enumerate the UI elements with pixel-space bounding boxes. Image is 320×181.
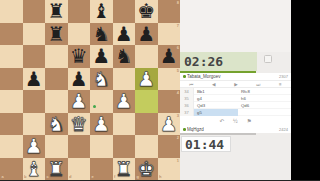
square-f5[interactable] <box>113 68 136 91</box>
rank-label: 7 <box>177 24 179 28</box>
square-c1[interactable]: ♜c <box>45 158 68 181</box>
square-c8[interactable]: ♜ <box>45 0 68 23</box>
square-a8[interactable] <box>0 0 23 23</box>
square-c3[interactable]: ♞ <box>45 113 68 136</box>
square-d5[interactable]: ♟ <box>68 68 91 91</box>
white-pawn[interactable]: ♟ <box>137 68 155 91</box>
black-queen[interactable]: ♛ <box>70 45 88 68</box>
go-next-icon[interactable]: ▶ <box>234 82 237 87</box>
file-label: c <box>47 175 49 179</box>
go-prev-icon[interactable]: ◀ <box>212 82 215 87</box>
file-label: d <box>69 175 71 179</box>
rank-label: 5 <box>177 69 179 73</box>
file-label: f <box>114 175 115 179</box>
square-e7[interactable]: ♞ <box>90 23 113 46</box>
black-pawn[interactable]: ♟ <box>160 45 178 68</box>
online-dot <box>183 128 186 131</box>
chess-board[interactable]: ♜♝♚8♜♞♟♟7♛♟♞♟6♟♟♞♟5♟♟4♞♛♟♟3♟2a♝b♜cde♜f♚g… <box>0 0 180 180</box>
square-a2[interactable] <box>0 135 23 158</box>
square-d6[interactable]: ♛ <box>68 45 91 68</box>
square-g7[interactable]: ♟ <box>135 23 158 46</box>
black-rook[interactable]: ♜ <box>47 0 65 23</box>
square-d2[interactable] <box>68 135 91 158</box>
square-f4[interactable]: ♟ <box>113 90 136 113</box>
square-e3[interactable]: ♟ <box>90 113 113 136</box>
square-a1[interactable]: a <box>0 158 23 181</box>
square-a7[interactable] <box>0 23 23 46</box>
move-row: 37g5 <box>180 109 291 116</box>
white-king[interactable]: ♚ <box>137 158 155 181</box>
game-card: Tabata_Morgoev 2307 ⏮◀▶⏭≡ 34Bb1Rfc835g4h… <box>180 73 291 133</box>
takeback-icon[interactable]: ↶ <box>219 118 224 124</box>
square-g6[interactable] <box>135 45 158 68</box>
black-pawn[interactable]: ♟ <box>70 68 88 91</box>
game-panel: 02:26 Tabata_Morgoev 2307 ⏮◀▶⏭≡ 34Bb1Rfc… <box>180 0 291 180</box>
square-f3[interactable] <box>113 113 136 136</box>
white-move[interactable]: Qd3 <box>194 102 238 109</box>
offer-draw-icon[interactable]: ½ <box>233 118 238 124</box>
move-number: 35 <box>180 95 194 102</box>
black-move[interactable] <box>238 109 291 116</box>
black-knight[interactable]: ♞ <box>115 45 133 68</box>
square-h5[interactable]: 5 <box>158 68 181 91</box>
top-player-rating: 2307 <box>279 74 288 79</box>
white-knight[interactable]: ♞ <box>47 113 65 136</box>
white-rook[interactable]: ♜ <box>115 158 133 181</box>
game-actions-bar: ↶½⚑ <box>180 116 291 126</box>
square-c2[interactable] <box>45 135 68 158</box>
white-pawn[interactable]: ♟ <box>115 90 133 113</box>
square-g4[interactable] <box>135 90 158 113</box>
panel-corner-icon[interactable] <box>264 55 272 63</box>
square-b1[interactable]: ♝b <box>23 158 46 181</box>
bottom-player-rating: 2424 <box>279 127 288 132</box>
black-rook[interactable]: ♜ <box>47 23 65 46</box>
black-pawn[interactable]: ♟ <box>92 45 110 68</box>
file-label: g <box>137 175 139 179</box>
square-d1[interactable]: d <box>68 158 91 181</box>
white-move[interactable]: g5 <box>194 109 238 116</box>
file-label: b <box>24 175 26 179</box>
rank-label: 4 <box>177 91 179 95</box>
square-d3[interactable]: ♛ <box>68 113 91 136</box>
move-number: 36 <box>180 102 194 109</box>
white-queen[interactable]: ♛ <box>70 113 88 136</box>
file-label: h <box>159 175 161 179</box>
top-player-row: Tabata_Morgoev 2307 <box>180 73 291 80</box>
square-d7[interactable] <box>68 23 91 46</box>
bottom-player-row: MqHgzd 2424 <box>180 126 291 133</box>
panel-top-area <box>180 0 291 52</box>
white-pawn[interactable]: ♟ <box>25 135 43 158</box>
square-h4[interactable]: 4 <box>158 90 181 113</box>
square-f1[interactable]: ♜f <box>113 158 136 181</box>
go-last-icon[interactable]: ⏭ <box>256 82 260 87</box>
move-row: 34Bb1Rfc8 <box>180 88 291 95</box>
white-pawn[interactable]: ♟ <box>70 90 88 113</box>
square-a6[interactable] <box>0 45 23 68</box>
video-letterbox <box>291 0 320 180</box>
black-move[interactable]: h6 <box>238 95 291 102</box>
square-f7[interactable]: ♟ <box>113 23 136 46</box>
black-move[interactable]: Qd6 <box>238 102 291 109</box>
bottom-player-name[interactable]: MqHgzd <box>187 127 204 132</box>
square-g1[interactable]: ♚g <box>135 158 158 181</box>
bottom-player-clock: 01:44 <box>181 136 231 152</box>
square-a4[interactable] <box>0 90 23 113</box>
square-c5[interactable] <box>45 68 68 91</box>
square-e4[interactable] <box>90 90 113 113</box>
square-d8[interactable] <box>68 0 91 23</box>
move-number: 34 <box>180 88 194 95</box>
lichess-game-screen: ♜♝♚8♜♞♟♟7♛♟♞♟6♟♟♞♟5♟♟4♞♛♟♟3♟2a♝b♜cde♜f♚g… <box>0 0 320 180</box>
white-move[interactable]: Bb1 <box>194 88 238 95</box>
white-pawn[interactable]: ♟ <box>160 113 178 136</box>
white-pawn[interactable]: ♟ <box>92 113 110 136</box>
square-c6[interactable] <box>45 45 68 68</box>
move-row: 36Qd3Qd6 <box>180 102 291 109</box>
square-g2[interactable] <box>135 135 158 158</box>
top-player-name[interactable]: Tabata_Morgoev <box>187 74 221 79</box>
square-e2[interactable] <box>90 135 113 158</box>
white-move[interactable]: g4 <box>194 95 238 102</box>
bottom-clock-progress-bar <box>180 133 256 135</box>
black-pawn[interactable]: ♟ <box>115 23 133 46</box>
square-e6[interactable]: ♟ <box>90 45 113 68</box>
square-c7[interactable]: ♜ <box>45 23 68 46</box>
move-list: 34Bb1Rfc835g4h636Qd3Qd637g5 <box>180 88 291 116</box>
white-bishop[interactable]: ♝ <box>25 158 43 181</box>
square-a5[interactable] <box>0 68 23 91</box>
square-g5[interactable]: ♟ <box>135 68 158 91</box>
rank-label: 8 <box>177 1 179 5</box>
square-h6[interactable]: ♟6 <box>158 45 181 68</box>
black-pawn[interactable]: ♟ <box>137 23 155 46</box>
green-speck-artifact <box>93 105 96 108</box>
square-e8[interactable]: ♝ <box>90 0 113 23</box>
square-b2[interactable]: ♟ <box>23 135 46 158</box>
move-nav-bar: ⏮◀▶⏭≡ <box>180 80 291 88</box>
move-number: 37 <box>180 109 194 116</box>
move-row: 35g4h6 <box>180 95 291 102</box>
square-h2[interactable]: 2 <box>158 135 181 158</box>
rank-label: 3 <box>177 114 179 118</box>
top-player-clock: 02:26 <box>180 52 257 71</box>
go-first-icon[interactable]: ⏮ <box>189 82 193 87</box>
black-knight[interactable]: ♞ <box>92 23 110 46</box>
square-f8[interactable] <box>113 0 136 23</box>
square-e5[interactable]: ♞ <box>90 68 113 91</box>
square-h3[interactable]: ♟3 <box>158 113 181 136</box>
square-b7[interactable] <box>23 23 46 46</box>
square-b8[interactable] <box>23 0 46 23</box>
black-bishop[interactable]: ♝ <box>92 0 110 23</box>
square-a3[interactable] <box>0 113 23 136</box>
file-label: e <box>92 175 94 179</box>
square-h8[interactable]: 8 <box>158 0 181 23</box>
square-b6[interactable] <box>23 45 46 68</box>
square-g3[interactable] <box>135 113 158 136</box>
white-rook[interactable]: ♜ <box>47 158 65 181</box>
square-d4[interactable]: ♟ <box>68 90 91 113</box>
move-menu-icon[interactable]: ≡ <box>279 82 282 87</box>
square-b5[interactable]: ♟ <box>23 68 46 91</box>
square-b3[interactable] <box>23 113 46 136</box>
rank-label: 6 <box>177 46 179 50</box>
square-f2[interactable] <box>113 135 136 158</box>
black-move[interactable]: Rfc8 <box>238 88 291 95</box>
black-king[interactable]: ♚ <box>137 0 155 23</box>
rank-label: 2 <box>177 136 179 140</box>
square-g8[interactable]: ♚ <box>135 0 158 23</box>
square-c4[interactable] <box>45 90 68 113</box>
square-f6[interactable]: ♞ <box>113 45 136 68</box>
online-dot <box>183 75 186 78</box>
square-h1[interactable]: 1h <box>158 158 181 181</box>
black-pawn[interactable]: ♟ <box>25 68 43 91</box>
square-e1[interactable]: e <box>90 158 113 181</box>
resign-icon[interactable]: ⚑ <box>247 118 252 124</box>
rank-label: 1 <box>177 159 179 163</box>
file-label: a <box>2 175 4 179</box>
square-b4[interactable] <box>23 90 46 113</box>
square-h7[interactable]: 7 <box>158 23 181 46</box>
white-knight[interactable]: ♞ <box>92 68 110 91</box>
